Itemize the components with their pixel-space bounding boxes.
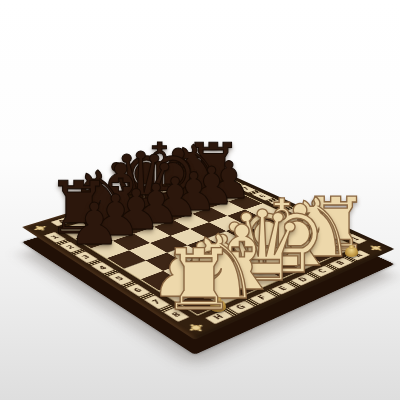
photo-background: ABCDEFGH HGFEDCBA 12345678 87654321 ♜♞♝♛…	[0, 0, 400, 400]
corner-rosette	[370, 245, 381, 250]
corner-rosette	[34, 226, 45, 231]
black-pawn-a7[interactable]: ♟	[69, 195, 121, 253]
white-rook-a1[interactable]: ♜	[161, 237, 236, 321]
